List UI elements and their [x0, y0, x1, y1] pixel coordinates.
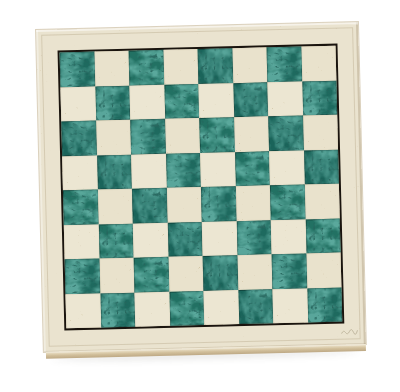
chessboard — [36, 22, 366, 359]
square-g3[interactable] — [271, 219, 306, 254]
burl-texture — [98, 223, 133, 258]
square-a4[interactable] — [63, 190, 98, 225]
square-c2[interactable] — [134, 257, 169, 292]
square-g5[interactable] — [269, 150, 304, 185]
square-a1[interactable] — [65, 293, 100, 328]
burl-texture — [272, 253, 307, 288]
burl-texture — [203, 255, 238, 290]
burl-texture — [130, 119, 165, 154]
burl-texture — [238, 289, 273, 324]
square-e3[interactable] — [202, 221, 237, 256]
square-e6[interactable] — [199, 117, 234, 152]
square-c6[interactable] — [130, 119, 165, 154]
square-g8[interactable] — [267, 47, 302, 82]
product-photo — [0, 0, 400, 392]
speckle-texture — [96, 120, 131, 155]
square-f8[interactable] — [232, 47, 267, 82]
burl-texture — [97, 154, 132, 189]
speckle-texture — [235, 185, 270, 220]
burl-texture — [134, 257, 169, 292]
burl-texture — [305, 218, 340, 253]
speckle-texture — [271, 219, 306, 254]
burl-texture — [63, 190, 98, 225]
burl-texture — [307, 287, 342, 322]
burl-texture — [201, 186, 236, 221]
speckle-texture — [165, 118, 200, 153]
burl-texture — [236, 220, 271, 255]
square-d2[interactable] — [168, 256, 203, 291]
square-h3[interactable] — [305, 218, 340, 253]
speckle-texture — [269, 150, 304, 185]
square-h7[interactable] — [302, 80, 337, 115]
speckle-texture — [64, 224, 99, 259]
square-b8[interactable] — [94, 51, 129, 86]
square-f4[interactable] — [235, 185, 270, 220]
burl-texture — [199, 117, 234, 152]
speckle-texture — [134, 291, 169, 326]
square-g1[interactable] — [272, 288, 307, 323]
speckle-texture — [131, 153, 166, 188]
burl-texture — [60, 52, 95, 87]
burl-texture — [132, 188, 167, 223]
square-a8[interactable] — [60, 52, 95, 87]
burl-texture — [267, 47, 302, 82]
burl-texture — [166, 153, 201, 188]
speckle-texture — [267, 81, 302, 116]
square-d8[interactable] — [163, 49, 198, 84]
speckle-texture — [272, 288, 307, 323]
speckle-texture — [129, 84, 164, 119]
burl-texture — [164, 84, 199, 119]
square-e2[interactable] — [203, 255, 238, 290]
burl-texture — [198, 48, 233, 83]
square-d7[interactable] — [164, 84, 199, 119]
square-e8[interactable] — [198, 48, 233, 83]
burl-texture — [61, 121, 96, 156]
burl-texture — [302, 80, 337, 115]
burl-texture — [167, 221, 202, 256]
square-c3[interactable] — [133, 222, 168, 257]
board-grid — [60, 46, 343, 329]
speckle-texture — [202, 221, 237, 256]
square-g6[interactable] — [268, 115, 303, 150]
square-e1[interactable] — [203, 290, 238, 325]
square-e7[interactable] — [198, 83, 233, 118]
square-h8[interactable] — [301, 46, 336, 81]
speckle-texture — [237, 254, 272, 289]
square-d3[interactable] — [167, 221, 202, 256]
speckle-texture — [99, 258, 134, 293]
square-f3[interactable] — [236, 220, 271, 255]
speckle-texture — [234, 116, 269, 151]
burl-texture — [304, 149, 339, 184]
speckle-texture — [65, 293, 100, 328]
square-b3[interactable] — [98, 223, 133, 258]
square-d4[interactable] — [166, 187, 201, 222]
burl-texture — [233, 82, 268, 117]
square-d5[interactable] — [166, 153, 201, 188]
square-b5[interactable] — [97, 154, 132, 189]
square-c5[interactable] — [131, 153, 166, 188]
square-h1[interactable] — [307, 287, 342, 322]
square-d6[interactable] — [165, 118, 200, 153]
speckle-texture — [97, 189, 132, 224]
square-g4[interactable] — [270, 184, 305, 219]
square-h4[interactable] — [304, 184, 339, 219]
square-c8[interactable] — [129, 50, 164, 85]
board-frame — [36, 22, 366, 352]
burl-texture — [270, 184, 305, 219]
speckle-texture — [198, 83, 233, 118]
square-f5[interactable] — [235, 151, 270, 186]
square-g2[interactable] — [272, 253, 307, 288]
burl-texture — [169, 290, 204, 325]
square-c1[interactable] — [134, 291, 169, 326]
speckle-texture — [62, 155, 97, 190]
speckle-texture — [163, 49, 198, 84]
square-b4[interactable] — [97, 189, 132, 224]
speckle-texture — [203, 290, 238, 325]
square-f1[interactable] — [238, 289, 273, 324]
square-e5[interactable] — [200, 152, 235, 187]
square-b1[interactable] — [100, 292, 135, 327]
square-h2[interactable] — [306, 253, 341, 288]
square-f2[interactable] — [237, 254, 272, 289]
square-h6[interactable] — [303, 115, 338, 150]
speckle-texture — [304, 184, 339, 219]
speckle-texture — [60, 86, 95, 121]
square-b7[interactable] — [95, 85, 130, 120]
speckle-texture — [306, 253, 341, 288]
burl-texture — [268, 115, 303, 150]
square-a5[interactable] — [62, 155, 97, 190]
square-b6[interactable] — [96, 120, 131, 155]
burl-texture — [129, 50, 164, 85]
square-g7[interactable] — [267, 81, 302, 116]
speckle-texture — [232, 47, 267, 82]
square-f7[interactable] — [233, 82, 268, 117]
square-a6[interactable] — [61, 121, 96, 156]
burl-texture — [235, 151, 270, 186]
maker-mark — [340, 328, 358, 335]
square-c7[interactable] — [129, 84, 164, 119]
square-a2[interactable] — [65, 259, 100, 294]
speckle-texture — [166, 187, 201, 222]
playing-area — [58, 44, 345, 331]
square-f6[interactable] — [234, 116, 269, 151]
square-c4[interactable] — [132, 188, 167, 223]
speckle-texture — [94, 51, 129, 86]
speckle-texture — [133, 222, 168, 257]
square-a7[interactable] — [60, 86, 95, 121]
square-a3[interactable] — [64, 224, 99, 259]
burl-texture — [100, 292, 135, 327]
square-e4[interactable] — [201, 186, 236, 221]
speckle-texture — [168, 256, 203, 291]
square-h5[interactable] — [304, 149, 339, 184]
burl-texture — [65, 259, 100, 294]
square-d1[interactable] — [169, 290, 204, 325]
speckle-texture — [200, 152, 235, 187]
burl-texture — [95, 85, 130, 120]
speckle-texture — [301, 46, 336, 81]
speckle-texture — [303, 115, 338, 150]
square-b2[interactable] — [99, 258, 134, 293]
